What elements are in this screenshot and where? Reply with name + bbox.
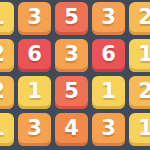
tile-number: 4 xyxy=(64,118,79,139)
tile-number: 1 xyxy=(138,118,150,139)
tile-number: 3 xyxy=(101,7,116,28)
tile-number: 1 xyxy=(138,44,150,65)
tile-r1c2[interactable]: 3 xyxy=(18,2,51,35)
tile-number: 1 xyxy=(101,81,116,102)
tile-grid: 13532263612151213431 xyxy=(0,2,150,146)
tile-number: 3 xyxy=(27,118,42,139)
tile-r2c1[interactable]: 2 xyxy=(0,39,14,72)
tile-number: 1 xyxy=(0,7,5,28)
tile-number: 1 xyxy=(27,81,42,102)
tile-number: 3 xyxy=(101,118,116,139)
tile-number: 5 xyxy=(64,81,79,102)
tile-number: 3 xyxy=(64,44,79,65)
tile-r2c5[interactable]: 1 xyxy=(129,39,150,72)
tile-number: 5 xyxy=(64,7,79,28)
tile-r3c2[interactable]: 1 xyxy=(18,76,51,109)
tile-r1c5[interactable]: 2 xyxy=(129,2,150,35)
tile-r2c3[interactable]: 3 xyxy=(55,39,88,72)
tile-r3c1[interactable]: 2 xyxy=(0,76,14,109)
tile-r4c1[interactable]: 1 xyxy=(0,113,14,146)
tile-r3c5[interactable]: 2 xyxy=(129,76,150,109)
tile-r3c4[interactable]: 1 xyxy=(92,76,125,109)
tile-number: 2 xyxy=(138,81,150,102)
tile-number: 2 xyxy=(0,44,5,65)
tile-number: 1 xyxy=(0,118,5,139)
tile-number: 2 xyxy=(0,81,5,102)
game-screen: 13532263612151213431 xyxy=(0,0,150,150)
tile-r2c2[interactable]: 6 xyxy=(18,39,51,72)
tile-number: 6 xyxy=(101,44,116,65)
tile-r1c1[interactable]: 1 xyxy=(0,2,14,35)
tile-number: 2 xyxy=(138,7,150,28)
tile-number: 6 xyxy=(27,44,42,65)
tile-r4c3[interactable]: 4 xyxy=(55,113,88,146)
tile-r2c4[interactable]: 6 xyxy=(92,39,125,72)
tile-r4c2[interactable]: 3 xyxy=(18,113,51,146)
tile-r1c4[interactable]: 3 xyxy=(92,2,125,35)
tile-r4c4[interactable]: 3 xyxy=(92,113,125,146)
tile-r3c3[interactable]: 5 xyxy=(55,76,88,109)
tile-r1c3[interactable]: 5 xyxy=(55,2,88,35)
tile-number: 3 xyxy=(27,7,42,28)
tile-r4c5[interactable]: 1 xyxy=(129,113,150,146)
